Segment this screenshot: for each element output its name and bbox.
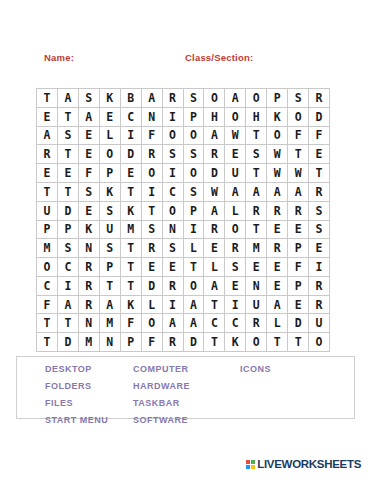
grid-cell-r10c10[interactable]: S bbox=[225, 258, 246, 277]
class-section-label: Class/Section: bbox=[185, 52, 253, 63]
grid-cell-r2c8[interactable]: P bbox=[184, 108, 205, 127]
word-software: SOFTWARE bbox=[133, 412, 190, 429]
grid-cell-r4c12[interactable]: W bbox=[267, 145, 288, 164]
grid-cell-r9c11[interactable]: M bbox=[246, 239, 267, 258]
grid-cell-r9c1[interactable]: M bbox=[37, 239, 58, 258]
grid-cell-r3c4[interactable]: L bbox=[100, 127, 121, 146]
grid-cell-r13c1[interactable]: T bbox=[37, 314, 58, 333]
grid-cell-r5c7[interactable]: I bbox=[163, 164, 184, 183]
grid-cell-r11c6[interactable]: D bbox=[142, 277, 163, 296]
grid-cell-r4c9[interactable]: R bbox=[204, 145, 225, 164]
grid-cell-r10c2[interactable]: C bbox=[58, 258, 79, 277]
grid-cell-r5c9[interactable]: D bbox=[204, 164, 225, 183]
grid-cell-r7c7[interactable]: O bbox=[163, 202, 184, 221]
grid-cell-r4c1[interactable]: R bbox=[37, 145, 58, 164]
grid-cell-r10c12[interactable]: E bbox=[267, 258, 288, 277]
grid-cell-r14c2[interactable]: D bbox=[58, 333, 79, 352]
word-start-menu: START MENU bbox=[45, 412, 108, 429]
grid-cell-r1c6[interactable]: A bbox=[142, 89, 163, 108]
grid-cell-r6c11[interactable]: A bbox=[246, 183, 267, 202]
grid-cell-r4c6[interactable]: R bbox=[142, 145, 163, 164]
grid-cell-r3c10[interactable]: W bbox=[225, 127, 246, 146]
brand-text: LIVEWORKSHEETS bbox=[257, 458, 361, 470]
grid-cell-r10c9[interactable]: L bbox=[204, 258, 225, 277]
grid-cell-r3c8[interactable]: O bbox=[184, 127, 205, 146]
grid-cell-r7c4[interactable]: S bbox=[100, 202, 121, 221]
grid-cell-r7c14[interactable]: S bbox=[309, 202, 330, 221]
grid-cell-r6c13[interactable]: A bbox=[288, 183, 309, 202]
grid-cell-r13c2[interactable]: T bbox=[58, 314, 79, 333]
grid-cell-r14c9[interactable]: T bbox=[204, 333, 225, 352]
grid-cell-r14c12[interactable]: T bbox=[267, 333, 288, 352]
grid-cell-r8c10[interactable]: O bbox=[225, 221, 246, 240]
grid-cell-r8c12[interactable]: E bbox=[267, 221, 288, 240]
grid-cell-r1c2[interactable]: A bbox=[58, 89, 79, 108]
grid-cell-r8c9[interactable]: R bbox=[204, 221, 225, 240]
grid-cell-r12c14[interactable]: R bbox=[309, 296, 330, 315]
grid-cell-r7c1[interactable]: U bbox=[37, 202, 58, 221]
grid-cell-r7c12[interactable]: R bbox=[267, 202, 288, 221]
grid-cell-r2c3[interactable]: A bbox=[79, 108, 100, 127]
word-files: FILES bbox=[45, 395, 108, 412]
name-label: Name: bbox=[44, 52, 74, 63]
grid-cell-r4c13[interactable]: T bbox=[288, 145, 309, 164]
word-hardware: HARDWARE bbox=[133, 378, 190, 395]
grid-cell-r7c2[interactable]: D bbox=[58, 202, 79, 221]
grid-cell-r2c2[interactable]: T bbox=[58, 108, 79, 127]
grid-cell-r13c3[interactable]: N bbox=[79, 314, 100, 333]
grid-cell-r9c6[interactable]: R bbox=[142, 239, 163, 258]
grid-cell-r4c11[interactable]: S bbox=[246, 145, 267, 164]
grid-cell-r12c4[interactable]: A bbox=[100, 296, 121, 315]
grid-cell-r3c14[interactable]: F bbox=[309, 127, 330, 146]
grid-cell-r1c8[interactable]: S bbox=[184, 89, 205, 108]
grid-cell-r12c9[interactable]: T bbox=[204, 296, 225, 315]
grid-cell-r8c11[interactable]: T bbox=[246, 221, 267, 240]
grid-cell-r9c2[interactable]: S bbox=[58, 239, 79, 258]
liveworksheets-logo[interactable]: LIVEWORKSHEETS bbox=[246, 457, 361, 471]
grid-cell-r5c3[interactable]: F bbox=[79, 164, 100, 183]
grid-cell-r14c11[interactable]: O bbox=[246, 333, 267, 352]
grid-cell-r5c6[interactable]: O bbox=[142, 164, 163, 183]
grid-cell-r2c9[interactable]: H bbox=[204, 108, 225, 127]
grid-cell-r3c9[interactable]: A bbox=[204, 127, 225, 146]
grid-cell-r7c3[interactable]: E bbox=[79, 202, 100, 221]
word-list-column-1: DESKTOPFOLDERSFILESSTART MENU bbox=[45, 361, 108, 429]
grid-cell-r2c12[interactable]: K bbox=[267, 108, 288, 127]
grid-cell-r4c5[interactable]: D bbox=[121, 145, 142, 164]
grid-cell-r4c2[interactable]: T bbox=[58, 145, 79, 164]
grid-cell-r9c4[interactable]: S bbox=[100, 239, 121, 258]
word-search-grid: TASKBARSOAOPSRETAECNIPHOHKODASELIFOOAWTO… bbox=[36, 88, 330, 352]
grid-cell-r1c14[interactable]: R bbox=[309, 89, 330, 108]
grid-cell-r14c6[interactable]: F bbox=[142, 333, 163, 352]
word-taskbar: TASKBAR bbox=[133, 395, 190, 412]
grid-cell-r7c6[interactable]: T bbox=[142, 202, 163, 221]
grid-cell-r9c3[interactable]: N bbox=[79, 239, 100, 258]
grid-cell-r2c1[interactable]: E bbox=[37, 108, 58, 127]
grid-cell-r10c6[interactable]: E bbox=[142, 258, 163, 277]
grid-cell-r12c6[interactable]: L bbox=[142, 296, 163, 315]
grid-cell-r5c11[interactable]: T bbox=[246, 164, 267, 183]
grid-cell-r7c10[interactable]: L bbox=[225, 202, 246, 221]
grid-cell-r14c10[interactable]: K bbox=[225, 333, 246, 352]
grid-cell-r9c14[interactable]: E bbox=[309, 239, 330, 258]
grid-cell-r13c5[interactable]: F bbox=[121, 314, 142, 333]
word-list-column-3: ICONS bbox=[240, 361, 271, 378]
grid-cell-r1c7[interactable]: R bbox=[163, 89, 184, 108]
grid-cell-r1c13[interactable]: S bbox=[288, 89, 309, 108]
grid-cell-r4c4[interactable]: O bbox=[100, 145, 121, 164]
grid-cell-r8c3[interactable]: K bbox=[79, 221, 100, 240]
grid-cell-r1c1[interactable]: T bbox=[37, 89, 58, 108]
grid-cell-r6c3[interactable]: S bbox=[79, 183, 100, 202]
grid-cell-r5c12[interactable]: W bbox=[267, 164, 288, 183]
grid-cell-r13c7[interactable]: A bbox=[163, 314, 184, 333]
grid-cell-r2c13[interactable]: O bbox=[288, 108, 309, 127]
grid-cell-r6c6[interactable]: I bbox=[142, 183, 163, 202]
grid-cell-r3c2[interactable]: S bbox=[58, 127, 79, 146]
grid-cell-r1c10[interactable]: A bbox=[225, 89, 246, 108]
grid-cell-r11c8[interactable]: O bbox=[184, 277, 205, 296]
grid-cell-r12c10[interactable]: I bbox=[225, 296, 246, 315]
grid-cell-r6c12[interactable]: A bbox=[267, 183, 288, 202]
grid-cell-r5c2[interactable]: E bbox=[58, 164, 79, 183]
grid-cell-r2c4[interactable]: E bbox=[100, 108, 121, 127]
grid-cell-r3c6[interactable]: F bbox=[142, 127, 163, 146]
grid-cell-r3c11[interactable]: T bbox=[246, 127, 267, 146]
grid-cell-r2c10[interactable]: O bbox=[225, 108, 246, 127]
grid-cell-r13c6[interactable]: O bbox=[142, 314, 163, 333]
grid-cell-r8c1[interactable]: P bbox=[37, 221, 58, 240]
grid-cell-r1c9[interactable]: O bbox=[204, 89, 225, 108]
grid-cell-r11c9[interactable]: A bbox=[204, 277, 225, 296]
grid-cell-r10c4[interactable]: P bbox=[100, 258, 121, 277]
grid-cell-r10c5[interactable]: T bbox=[121, 258, 142, 277]
grid-cell-r11c4[interactable]: T bbox=[100, 277, 121, 296]
grid-cell-r12c3[interactable]: R bbox=[79, 296, 100, 315]
grid-cell-r9c7[interactable]: S bbox=[163, 239, 184, 258]
grid-cell-r7c5[interactable]: K bbox=[121, 202, 142, 221]
grid-cell-r14c8[interactable]: D bbox=[184, 333, 205, 352]
grid-cell-r9c9[interactable]: E bbox=[204, 239, 225, 258]
grid-cell-r8c7[interactable]: N bbox=[163, 221, 184, 240]
grid-cell-r2c14[interactable]: D bbox=[309, 108, 330, 127]
grid-cell-r14c5[interactable]: P bbox=[121, 333, 142, 352]
word-folders: FOLDERS bbox=[45, 378, 108, 395]
grid-cell-r9c13[interactable]: P bbox=[288, 239, 309, 258]
grid-cell-r10c14[interactable]: I bbox=[309, 258, 330, 277]
word-desktop: DESKTOP bbox=[45, 361, 108, 378]
grid-cell-r12c2[interactable]: A bbox=[58, 296, 79, 315]
grid-cell-r3c3[interactable]: E bbox=[79, 127, 100, 146]
grid-cell-r13c12[interactable]: L bbox=[267, 314, 288, 333]
grid-cell-r3c1[interactable]: A bbox=[37, 127, 58, 146]
grid-cell-r1c4[interactable]: K bbox=[100, 89, 121, 108]
grid-cell-r13c13[interactable]: D bbox=[288, 314, 309, 333]
grid-cell-r5c10[interactable]: U bbox=[225, 164, 246, 183]
grid-cell-r2c6[interactable]: N bbox=[142, 108, 163, 127]
grid-cell-r2c5[interactable]: C bbox=[121, 108, 142, 127]
grid-cell-r11c12[interactable]: E bbox=[267, 277, 288, 296]
grid-cell-r6c10[interactable]: A bbox=[225, 183, 246, 202]
grid-cell-r8c13[interactable]: E bbox=[288, 221, 309, 240]
grid-cell-r14c13[interactable]: T bbox=[288, 333, 309, 352]
grid-cell-r12c13[interactable]: E bbox=[288, 296, 309, 315]
grid-cell-r4c3[interactable]: E bbox=[79, 145, 100, 164]
grid-cell-r12c5[interactable]: K bbox=[121, 296, 142, 315]
grid-cell-r10c13[interactable]: F bbox=[288, 258, 309, 277]
grid-cell-r13c11[interactable]: R bbox=[246, 314, 267, 333]
grid-cell-r6c2[interactable]: T bbox=[58, 183, 79, 202]
grid-cell-r1c12[interactable]: P bbox=[267, 89, 288, 108]
grid-cell-r11c3[interactable]: R bbox=[79, 277, 100, 296]
grid-cell-r12c8[interactable]: A bbox=[184, 296, 205, 315]
grid-cell-r13c8[interactable]: A bbox=[184, 314, 205, 333]
grid-cell-r9c10[interactable]: R bbox=[225, 239, 246, 258]
worksheet-page: Name: Class/Section: TASKBARSOAOPSRETAEC… bbox=[0, 0, 372, 480]
grid-cell-r8c5[interactable]: M bbox=[121, 221, 142, 240]
grid-cell-r14c4[interactable]: N bbox=[100, 333, 121, 352]
grid-cell-r1c3[interactable]: S bbox=[79, 89, 100, 108]
grid-cell-r4c14[interactable]: E bbox=[309, 145, 330, 164]
grid-cell-r6c9[interactable]: W bbox=[204, 183, 225, 202]
grid-cell-r11c1[interactable]: C bbox=[37, 277, 58, 296]
grid-cell-r12c11[interactable]: U bbox=[246, 296, 267, 315]
grid-cell-r5c1[interactable]: E bbox=[37, 164, 58, 183]
liveworksheets-icon bbox=[246, 460, 255, 469]
grid-cell-r8c6[interactable]: S bbox=[142, 221, 163, 240]
grid-cell-r5c8[interactable]: O bbox=[184, 164, 205, 183]
grid-cell-r11c2[interactable]: I bbox=[58, 277, 79, 296]
grid-cell-r8c4[interactable]: U bbox=[100, 221, 121, 240]
grid-cell-r7c8[interactable]: P bbox=[184, 202, 205, 221]
grid-cell-r2c7[interactable]: I bbox=[163, 108, 184, 127]
grid-cell-r11c5[interactable]: T bbox=[121, 277, 142, 296]
grid-cell-r10c1[interactable]: O bbox=[37, 258, 58, 277]
grid-cell-r5c13[interactable]: W bbox=[288, 164, 309, 183]
grid-cell-r9c8[interactable]: L bbox=[184, 239, 205, 258]
grid-cell-r13c9[interactable]: C bbox=[204, 314, 225, 333]
grid-cell-r8c8[interactable]: I bbox=[184, 221, 205, 240]
grid-cell-r1c11[interactable]: O bbox=[246, 89, 267, 108]
grid-cell-r6c8[interactable]: S bbox=[184, 183, 205, 202]
grid-cell-r14c1[interactable]: T bbox=[37, 333, 58, 352]
grid-cell-r2c11[interactable]: H bbox=[246, 108, 267, 127]
grid-cell-r3c13[interactable]: F bbox=[288, 127, 309, 146]
grid-cell-r4c7[interactable]: S bbox=[163, 145, 184, 164]
grid-cell-r3c7[interactable]: O bbox=[163, 127, 184, 146]
grid-cell-r13c14[interactable]: U bbox=[309, 314, 330, 333]
grid-cell-r12c7[interactable]: I bbox=[163, 296, 184, 315]
grid-cell-r10c8[interactable]: T bbox=[184, 258, 205, 277]
grid-cell-r10c3[interactable]: R bbox=[79, 258, 100, 277]
grid-cell-r6c7[interactable]: C bbox=[163, 183, 184, 202]
word-icons: ICONS bbox=[240, 361, 271, 378]
grid-cell-r5c14[interactable]: T bbox=[309, 164, 330, 183]
grid-cell-r6c14[interactable]: R bbox=[309, 183, 330, 202]
grid-cell-r9c12[interactable]: R bbox=[267, 239, 288, 258]
grid-cell-r11c13[interactable]: P bbox=[288, 277, 309, 296]
grid-cell-r10c11[interactable]: E bbox=[246, 258, 267, 277]
grid-cell-r7c13[interactable]: R bbox=[288, 202, 309, 221]
grid-cell-r9c5[interactable]: T bbox=[121, 239, 142, 258]
grid-cell-r3c5[interactable]: I bbox=[121, 127, 142, 146]
grid-cell-r6c1[interactable]: T bbox=[37, 183, 58, 202]
grid-cell-r3c12[interactable]: O bbox=[267, 127, 288, 146]
grid-cell-r5c4[interactable]: P bbox=[100, 164, 121, 183]
grid-cell-r8c2[interactable]: P bbox=[58, 221, 79, 240]
grid-cell-r13c10[interactable]: C bbox=[225, 314, 246, 333]
grid-cell-r10c7[interactable]: E bbox=[163, 258, 184, 277]
grid-cell-r14c7[interactable]: R bbox=[163, 333, 184, 352]
grid-cell-r13c4[interactable]: M bbox=[100, 314, 121, 333]
grid-cell-r11c10[interactable]: E bbox=[225, 277, 246, 296]
grid-cell-r7c9[interactable]: A bbox=[204, 202, 225, 221]
grid-cell-r14c14[interactable]: O bbox=[309, 333, 330, 352]
grid-cell-r5c5[interactable]: E bbox=[121, 164, 142, 183]
grid-cell-r4c8[interactable]: S bbox=[184, 145, 205, 164]
grid-cell-r12c12[interactable]: A bbox=[267, 296, 288, 315]
grid-cell-r8c14[interactable]: S bbox=[309, 221, 330, 240]
grid-cell-r1c5[interactable]: B bbox=[121, 89, 142, 108]
grid-cell-r7c11[interactable]: R bbox=[246, 202, 267, 221]
grid-cell-r11c7[interactable]: R bbox=[163, 277, 184, 296]
word-list-column-2: COMPUTERHARDWARETASKBARSOFTWARE bbox=[133, 361, 190, 429]
grid-cell-r11c11[interactable]: N bbox=[246, 277, 267, 296]
grid-cell-r6c5[interactable]: T bbox=[121, 183, 142, 202]
grid-cell-r6c4[interactable]: K bbox=[100, 183, 121, 202]
grid-cell-r11c14[interactable]: R bbox=[309, 277, 330, 296]
grid-cell-r12c1[interactable]: F bbox=[37, 296, 58, 315]
word-list-box: DESKTOPFOLDERSFILESSTART MENU COMPUTERHA… bbox=[16, 356, 355, 419]
grid-cell-r14c3[interactable]: M bbox=[79, 333, 100, 352]
word-computer: COMPUTER bbox=[133, 361, 190, 378]
grid-cell-r4c10[interactable]: E bbox=[225, 145, 246, 164]
